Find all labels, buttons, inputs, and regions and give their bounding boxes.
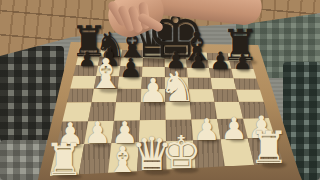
hand bbox=[0, 0, 320, 180]
chess-photo-scene: ♜♞♝♛♚♝♜♟♟♟♟♟♟♟♝♞♟♟♟♟♟♟♟♜♚♛♝♜ Low-angle p… bbox=[0, 0, 320, 180]
